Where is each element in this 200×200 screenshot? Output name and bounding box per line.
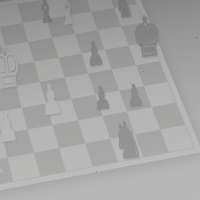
chess-photo: ❖ ♝♝♞♚♟♚♟♟♟♟♞ [0,0,200,200]
play-area: ❖ [0,0,194,186]
chess-board: ❖ [0,0,200,195]
